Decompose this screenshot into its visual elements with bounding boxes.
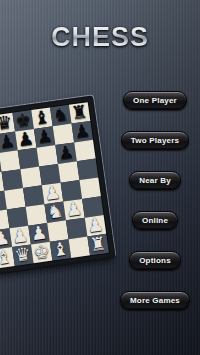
square-e1: ♚ (31, 242, 52, 263)
options-button[interactable]: Options (129, 251, 181, 270)
near-by-button[interactable]: Near By (129, 171, 181, 190)
square-d1: ♛ (12, 244, 33, 265)
board-grid: ♜♞♝♛♚♝♞♜♟♟♟♟♟♟♟♟♟♞♟♟♟♟♟♟♟♜♞♝♛♚♝♜ (0, 102, 109, 274)
one-player-button[interactable]: One Player (123, 91, 187, 110)
online-button[interactable]: Online (132, 211, 178, 230)
square-f1: ♝ (50, 239, 71, 260)
white-rook: ♜ (87, 234, 108, 255)
white-king: ♚ (31, 242, 52, 263)
two-players-button[interactable]: Two Players (121, 131, 189, 150)
app-title: CHESS (0, 22, 200, 53)
square-h1: ♜ (87, 234, 108, 255)
square-g1 (69, 237, 90, 258)
main-menu: One Player Two Players Near By Online Op… (110, 91, 200, 310)
more-games-button[interactable]: More Games (120, 291, 190, 310)
app-screen: CHESS ♜♞♝♛♚♝♞♜♟♟♟♟♟♟♟♟♟♞♟♟♟♟♟♟♟♜♞♝♛♚♝♜ O… (0, 0, 200, 355)
white-bishop: ♝ (50, 239, 71, 260)
chess-board: ♜♞♝♛♚♝♞♜♟♟♟♟♟♟♟♟♟♞♟♟♟♟♟♟♟♜♞♝♛♚♝♜ (0, 95, 116, 280)
white-queen: ♛ (12, 244, 33, 265)
